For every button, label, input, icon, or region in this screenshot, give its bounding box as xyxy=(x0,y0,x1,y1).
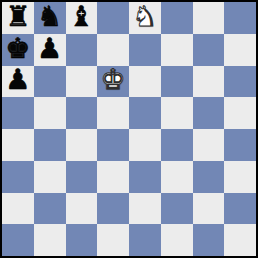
black-pawn[interactable]: ♟ xyxy=(37,35,62,63)
chess-board: ♜♞♝♞♚♟♟♚ xyxy=(0,0,258,258)
square-c7[interactable] xyxy=(66,34,98,66)
square-c3[interactable] xyxy=(66,161,98,193)
square-c4[interactable] xyxy=(66,129,98,161)
square-e5[interactable] xyxy=(129,97,161,129)
square-e4[interactable] xyxy=(129,129,161,161)
square-e7[interactable] xyxy=(129,34,161,66)
square-f8[interactable] xyxy=(161,2,193,34)
square-h3[interactable] xyxy=(224,161,256,193)
square-f5[interactable] xyxy=(161,97,193,129)
square-h2[interactable] xyxy=(224,193,256,225)
square-c6[interactable] xyxy=(66,66,98,98)
square-a4[interactable] xyxy=(2,129,34,161)
white-knight[interactable]: ♞ xyxy=(132,3,157,31)
square-h1[interactable] xyxy=(224,224,256,256)
square-a1[interactable] xyxy=(2,224,34,256)
black-king[interactable]: ♚ xyxy=(5,35,30,63)
black-rook[interactable]: ♜ xyxy=(5,3,30,31)
square-a8[interactable]: ♜ xyxy=(2,2,34,34)
square-h4[interactable] xyxy=(224,129,256,161)
square-b5[interactable] xyxy=(34,97,66,129)
black-bishop[interactable]: ♝ xyxy=(69,3,94,31)
square-f3[interactable] xyxy=(161,161,193,193)
square-g5[interactable] xyxy=(193,97,225,129)
square-g4[interactable] xyxy=(193,129,225,161)
square-b6[interactable] xyxy=(34,66,66,98)
square-g6[interactable] xyxy=(193,66,225,98)
square-g3[interactable] xyxy=(193,161,225,193)
square-a3[interactable] xyxy=(2,161,34,193)
square-d1[interactable] xyxy=(97,224,129,256)
square-g2[interactable] xyxy=(193,193,225,225)
square-c8[interactable]: ♝ xyxy=(66,2,98,34)
square-b2[interactable] xyxy=(34,193,66,225)
square-b3[interactable] xyxy=(34,161,66,193)
square-g7[interactable] xyxy=(193,34,225,66)
square-b1[interactable] xyxy=(34,224,66,256)
black-knight[interactable]: ♞ xyxy=(37,3,62,31)
square-f7[interactable] xyxy=(161,34,193,66)
square-f4[interactable] xyxy=(161,129,193,161)
square-e2[interactable] xyxy=(129,193,161,225)
square-d8[interactable] xyxy=(97,2,129,34)
square-h5[interactable] xyxy=(224,97,256,129)
square-d4[interactable] xyxy=(97,129,129,161)
square-a5[interactable] xyxy=(2,97,34,129)
square-b7[interactable]: ♟ xyxy=(34,34,66,66)
square-f2[interactable] xyxy=(161,193,193,225)
square-c2[interactable] xyxy=(66,193,98,225)
square-d3[interactable] xyxy=(97,161,129,193)
square-h8[interactable] xyxy=(224,2,256,34)
square-d7[interactable] xyxy=(97,34,129,66)
square-b8[interactable]: ♞ xyxy=(34,2,66,34)
square-c1[interactable] xyxy=(66,224,98,256)
square-g1[interactable] xyxy=(193,224,225,256)
square-a2[interactable] xyxy=(2,193,34,225)
square-e3[interactable] xyxy=(129,161,161,193)
square-f6[interactable] xyxy=(161,66,193,98)
square-b4[interactable] xyxy=(34,129,66,161)
square-d2[interactable] xyxy=(97,193,129,225)
square-d5[interactable] xyxy=(97,97,129,129)
square-e1[interactable] xyxy=(129,224,161,256)
square-h7[interactable] xyxy=(224,34,256,66)
square-e8[interactable]: ♞ xyxy=(129,2,161,34)
square-h6[interactable] xyxy=(224,66,256,98)
square-a7[interactable]: ♚ xyxy=(2,34,34,66)
white-king[interactable]: ♚ xyxy=(101,66,126,94)
square-d6[interactable]: ♚ xyxy=(97,66,129,98)
square-g8[interactable] xyxy=(193,2,225,34)
square-e6[interactable] xyxy=(129,66,161,98)
square-c5[interactable] xyxy=(66,97,98,129)
square-a6[interactable]: ♟ xyxy=(2,66,34,98)
square-f1[interactable] xyxy=(161,224,193,256)
black-pawn[interactable]: ♟ xyxy=(5,66,30,94)
